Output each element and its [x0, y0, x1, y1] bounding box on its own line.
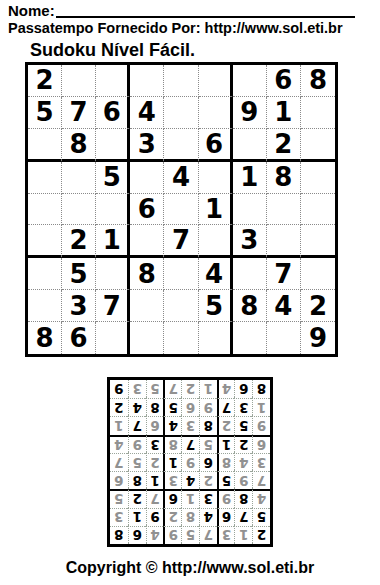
solution-cell-r1c3: 3 [217, 526, 235, 544]
provided-by-text: Passatempo Fornecido Por: http://www.sol… [8, 20, 376, 36]
puzzle-cell-r5c2[interactable] [62, 194, 96, 226]
puzzle-cell-r9c8[interactable] [267, 322, 301, 354]
solution-cell-r2c1: 5 [252, 508, 270, 526]
solution-cell-r1c4: 7 [199, 526, 217, 544]
solution-cell-r9c9: 9 [110, 380, 128, 398]
name-underline[interactable] [56, 16, 355, 18]
solution-cell-r4c6: 3 [163, 471, 181, 489]
solution-cell-r4c1: 7 [252, 471, 270, 489]
solution-cell-r7c9: 1 [110, 416, 128, 434]
solution-cell-r4c4: 2 [199, 471, 217, 489]
puzzle-cell-r1c6[interactable] [199, 65, 233, 97]
solution-cell-r7c1: 9 [252, 416, 270, 434]
solution-cell-r8c4: 9 [199, 398, 217, 416]
puzzle-cell-r6c5: 7 [164, 225, 198, 258]
puzzle-cell-r9c6[interactable] [199, 322, 233, 354]
solution-cell-r3c5: 1 [181, 489, 199, 507]
puzzle-cell-r1c8: 6 [267, 65, 301, 97]
solution-cell-r4c2: 9 [234, 471, 252, 489]
solution-cell-r1c9: 8 [110, 526, 128, 544]
puzzle-cell-r2c1: 5 [28, 97, 62, 129]
puzzle-cell-r7c1[interactable] [28, 258, 62, 290]
solution-cell-r7c8: 7 [128, 416, 146, 434]
solution-cell-r9c6: 7 [163, 380, 181, 398]
page-title: Sudoku Nível Fácil. [30, 40, 195, 61]
puzzle-cell-r6c6[interactable] [199, 225, 233, 258]
solution-cell-r8c1: 1 [252, 398, 270, 416]
solution-cell-r5c7: 2 [146, 453, 164, 471]
puzzle-cell-r3c9[interactable] [301, 129, 335, 162]
puzzle-cell-r7c8: 7 [267, 258, 301, 290]
solution-cell-r3c7: 7 [146, 489, 164, 507]
puzzle-grid: 268576491836254186121735847375842869 [25, 62, 338, 357]
puzzle-cell-r8c2: 3 [62, 290, 96, 322]
solution-cell-r6c4: 5 [199, 435, 217, 453]
solution-cell-r5c3: 8 [217, 453, 235, 471]
solution-cell-r1c6: 9 [163, 526, 181, 544]
puzzle-cell-r2c8: 1 [267, 97, 301, 129]
solution-cell-r8c8: 4 [128, 398, 146, 416]
solution-grid: 2137594685764829134893167257952431863486… [107, 377, 273, 547]
solution-cell-r7c3: 2 [217, 416, 235, 434]
puzzle-cell-r5c6: 1 [199, 194, 233, 226]
puzzle-cell-r1c5[interactable] [164, 65, 198, 97]
solution-cell-r1c7: 4 [146, 526, 164, 544]
puzzle-cell-r6c3: 1 [96, 225, 130, 258]
solution-cell-r8c2: 3 [234, 398, 252, 416]
sudoku-sheet: Nome: Passatempo Fornecido Por: http://w… [0, 0, 380, 585]
solution-cell-r2c7: 9 [146, 508, 164, 526]
puzzle-cell-r9c9: 9 [301, 322, 335, 354]
puzzle-cell-r8c7: 8 [233, 290, 267, 322]
puzzle-cell-r9c7[interactable] [233, 322, 267, 354]
puzzle-cell-r2c3: 6 [96, 97, 130, 129]
solution-cell-r9c4: 1 [199, 380, 217, 398]
puzzle-cell-r4c3: 5 [96, 162, 130, 194]
solution-cell-r5c8: 5 [128, 453, 146, 471]
solution-cell-r5c1: 3 [252, 453, 270, 471]
puzzle-cell-r5c4: 6 [130, 194, 164, 226]
puzzle-cell-r4c7: 1 [233, 162, 267, 194]
name-label: Nome: [8, 2, 55, 19]
puzzle-cell-r5c5[interactable] [164, 194, 198, 226]
puzzle-cell-r8c3: 7 [96, 290, 130, 322]
solution-cell-r7c5: 3 [181, 416, 199, 434]
puzzle-cell-r2c9[interactable] [301, 97, 335, 129]
puzzle-cell-r6c7: 3 [233, 225, 267, 258]
solution-cell-r6c9: 4 [110, 435, 128, 453]
solution-cell-r2c8: 1 [128, 508, 146, 526]
solution-cell-r6c3: 1 [217, 435, 235, 453]
solution-cell-r8c9: 2 [110, 398, 128, 416]
puzzle-cell-r1c3[interactable] [96, 65, 130, 97]
puzzle-cell-r9c2: 6 [62, 322, 96, 354]
puzzle-cell-r7c6: 4 [199, 258, 233, 290]
puzzle-cell-r3c4: 3 [130, 129, 164, 162]
name-row: Nome: [8, 2, 355, 19]
solution-cell-r4c8: 8 [128, 471, 146, 489]
copyright-text: Copyright © http://www.sol.eti.br [0, 559, 380, 577]
solution-cell-r3c1: 4 [252, 489, 270, 507]
solution-cell-r3c3: 9 [217, 489, 235, 507]
solution-cell-r3c4: 3 [199, 489, 217, 507]
puzzle-cell-r5c1[interactable] [28, 194, 62, 226]
puzzle-cell-r3c3[interactable] [96, 129, 130, 162]
solution-cell-r4c3: 5 [217, 471, 235, 489]
solution-cell-r9c3: 4 [217, 380, 235, 398]
puzzle-cell-r6c2: 2 [62, 225, 96, 258]
puzzle-cell-r5c7[interactable] [233, 194, 267, 226]
puzzle-cell-r6c4[interactable] [130, 225, 164, 258]
puzzle-cell-r2c4: 4 [130, 97, 164, 129]
solution-cell-r1c1: 2 [252, 526, 270, 544]
puzzle-cell-r3c2: 8 [62, 129, 96, 162]
puzzle-cell-r4c9[interactable] [301, 162, 335, 194]
solution-cell-r9c7: 5 [146, 380, 164, 398]
solution-cell-r9c2: 6 [234, 380, 252, 398]
solution-cell-r6c1: 6 [252, 435, 270, 453]
puzzle-cell-r7c4: 8 [130, 258, 164, 290]
puzzle-cell-r3c7[interactable] [233, 129, 267, 162]
puzzle-cell-r1c7[interactable] [233, 65, 267, 97]
solution-cell-r7c4: 8 [199, 416, 217, 434]
puzzle-cell-r9c5[interactable] [164, 322, 198, 354]
solution-cell-r5c2: 4 [234, 453, 252, 471]
solution-cell-r3c8: 2 [128, 489, 146, 507]
puzzle-cell-r2c7: 9 [233, 97, 267, 129]
puzzle-cell-r4c8: 8 [267, 162, 301, 194]
puzzle-cell-r8c6: 5 [199, 290, 233, 322]
puzzle-cell-r8c4[interactable] [130, 290, 164, 322]
puzzle-cell-r1c1: 2 [28, 65, 62, 97]
solution-cell-r8c3: 7 [217, 398, 235, 416]
puzzle-cell-r4c2[interactable] [62, 162, 96, 194]
solution-cell-r7c2: 5 [234, 416, 252, 434]
puzzle-cell-r5c8[interactable] [267, 194, 301, 226]
solution-cell-r7c7: 6 [146, 416, 164, 434]
puzzle-cell-r7c5[interactable] [164, 258, 198, 290]
solution-cell-r6c7: 3 [146, 435, 164, 453]
puzzle-cell-r7c2: 5 [62, 258, 96, 290]
solution-cell-r3c9: 5 [110, 489, 128, 507]
puzzle-cell-r3c5[interactable] [164, 129, 198, 162]
puzzle-cell-r4c1[interactable] [28, 162, 62, 194]
puzzle-cell-r8c5[interactable] [164, 290, 198, 322]
puzzle-cell-r6c1[interactable] [28, 225, 62, 258]
solution-cell-r1c5: 5 [181, 526, 199, 544]
solution-cell-r6c8: 9 [128, 435, 146, 453]
solution-cell-r6c6: 8 [163, 435, 181, 453]
puzzle-cell-r4c6[interactable] [199, 162, 233, 194]
puzzle-cell-r9c4[interactable] [130, 322, 164, 354]
solution-cell-r3c6: 6 [163, 489, 181, 507]
puzzle-cell-r2c5[interactable] [164, 97, 198, 129]
puzzle-cell-r5c3[interactable] [96, 194, 130, 226]
puzzle-cell-r3c6: 6 [199, 129, 233, 162]
solution-cell-r4c7: 1 [146, 471, 164, 489]
solution-cell-r9c8: 3 [128, 380, 146, 398]
solution-cell-r4c5: 4 [181, 471, 199, 489]
puzzle-cell-r3c1[interactable] [28, 129, 62, 162]
solution-cell-r2c9: 3 [110, 508, 128, 526]
solution-cell-r9c5: 2 [181, 380, 199, 398]
solution-cell-r2c5: 8 [181, 508, 199, 526]
solution-cell-r2c4: 4 [199, 508, 217, 526]
puzzle-cell-r1c4[interactable] [130, 65, 164, 97]
puzzle-cell-r2c2: 7 [62, 97, 96, 129]
puzzle-cell-r8c9: 2 [301, 290, 335, 322]
puzzle-cell-r8c1[interactable] [28, 290, 62, 322]
puzzle-cell-r7c3[interactable] [96, 258, 130, 290]
solution-cell-r2c2: 7 [234, 508, 252, 526]
puzzle-cell-r7c9[interactable] [301, 258, 335, 290]
solution-cell-r5c9: 7 [110, 453, 128, 471]
puzzle-cell-r3c8: 2 [267, 129, 301, 162]
solution-cell-r8c6: 5 [163, 398, 181, 416]
solution-cell-r5c6: 1 [163, 453, 181, 471]
solution-cell-r5c4: 6 [199, 453, 217, 471]
puzzle-cell-r8c8: 4 [267, 290, 301, 322]
solution-cell-r1c2: 1 [234, 526, 252, 544]
solution-cell-r5c5: 9 [181, 453, 199, 471]
solution-cell-r8c7: 8 [146, 398, 164, 416]
solution-cell-r2c3: 6 [217, 508, 235, 526]
solution-cell-r8c5: 6 [181, 398, 199, 416]
puzzle-cell-r2c6[interactable] [199, 97, 233, 129]
puzzle-cell-r1c9: 8 [301, 65, 335, 97]
solution-cell-r7c6: 4 [163, 416, 181, 434]
solution-cell-r3c2: 8 [234, 489, 252, 507]
solution-cell-r9c1: 8 [252, 380, 270, 398]
puzzle-cell-r6c8[interactable] [267, 225, 301, 258]
puzzle-cell-r1c2[interactable] [62, 65, 96, 97]
solution-cell-r6c2: 2 [234, 435, 252, 453]
puzzle-cell-r9c1: 8 [28, 322, 62, 354]
puzzle-cell-r4c5: 4 [164, 162, 198, 194]
solution-cell-r1c8: 6 [128, 526, 146, 544]
puzzle-cell-r6c9[interactable] [301, 225, 335, 258]
puzzle-cell-r4c4[interactable] [130, 162, 164, 194]
solution-cell-r6c5: 7 [181, 435, 199, 453]
puzzle-cell-r5c9[interactable] [301, 194, 335, 226]
solution-cell-r4c9: 6 [110, 471, 128, 489]
solution-cell-r2c6: 2 [163, 508, 181, 526]
puzzle-cell-r7c7[interactable] [233, 258, 267, 290]
puzzle-cell-r9c3[interactable] [96, 322, 130, 354]
